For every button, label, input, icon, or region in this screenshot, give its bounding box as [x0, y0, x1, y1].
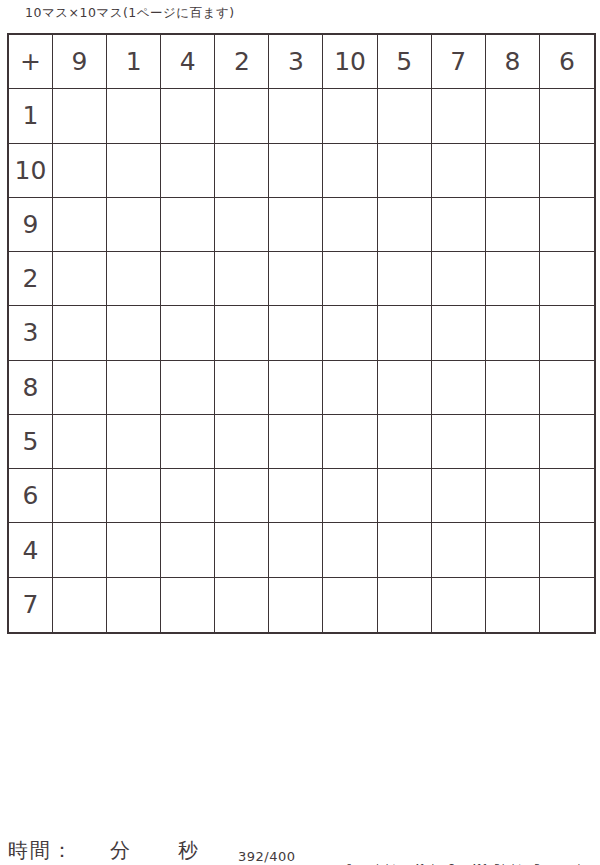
answer-cell[interactable] — [269, 252, 323, 306]
answer-cell[interactable] — [432, 578, 486, 632]
answer-cell[interactable] — [107, 89, 161, 143]
answer-cell[interactable] — [53, 415, 107, 469]
col-header-cell: 6 — [540, 35, 594, 89]
col-header-cell: 7 — [432, 35, 486, 89]
answer-cell[interactable] — [323, 415, 377, 469]
answer-cell[interactable] — [323, 361, 377, 415]
page-counter: 392/400 — [238, 849, 296, 865]
answer-cell[interactable] — [215, 144, 269, 198]
copyright-block: Copyright © Alpha.Inc All Rights Reserve… — [346, 837, 586, 865]
answer-cell[interactable] — [215, 578, 269, 632]
col-header-cell: 10 — [323, 35, 377, 89]
row-header-cell: 10 — [9, 144, 53, 198]
answer-cell[interactable] — [161, 469, 215, 523]
answer-cell[interactable] — [161, 252, 215, 306]
answer-cell[interactable] — [540, 306, 594, 360]
col-header-cell: 5 — [378, 35, 432, 89]
answer-cell[interactable] — [215, 306, 269, 360]
answer-cell[interactable] — [269, 89, 323, 143]
row-header-cell: 7 — [9, 578, 53, 632]
answer-cell[interactable] — [53, 252, 107, 306]
answer-cell[interactable] — [378, 306, 432, 360]
answer-cell[interactable] — [107, 252, 161, 306]
time-underline: 時間： 分 秒 — [8, 837, 228, 865]
answer-cell[interactable] — [378, 198, 432, 252]
answer-cell[interactable] — [378, 361, 432, 415]
answer-cell[interactable] — [540, 144, 594, 198]
answer-cell[interactable] — [323, 306, 377, 360]
answer-cell[interactable] — [378, 252, 432, 306]
row-header-cell: 1 — [9, 89, 53, 143]
answer-cell[interactable] — [161, 306, 215, 360]
answer-cell[interactable] — [53, 523, 107, 577]
answer-cell[interactable] — [53, 361, 107, 415]
answer-cell[interactable] — [107, 469, 161, 523]
answer-cell[interactable] — [432, 144, 486, 198]
row-header-cell: 4 — [9, 523, 53, 577]
answer-cell[interactable] — [215, 523, 269, 577]
answer-cell[interactable] — [378, 415, 432, 469]
answer-cell[interactable] — [432, 415, 486, 469]
answer-cell[interactable] — [161, 578, 215, 632]
answer-cell[interactable] — [107, 144, 161, 198]
answer-cell[interactable] — [432, 252, 486, 306]
row-header-cell: 2 — [9, 252, 53, 306]
answer-cell[interactable] — [540, 252, 594, 306]
answer-cell[interactable] — [269, 469, 323, 523]
answer-cell[interactable] — [323, 523, 377, 577]
time-label: 時間： — [8, 837, 74, 864]
row-header-cell: 5 — [9, 415, 53, 469]
answer-cell[interactable] — [269, 523, 323, 577]
answer-cell[interactable] — [486, 89, 540, 143]
col-header-cell: 3 — [269, 35, 323, 89]
answer-cell[interactable] — [540, 469, 594, 523]
answer-cell[interactable] — [486, 469, 540, 523]
answer-cell[interactable] — [107, 306, 161, 360]
answer-cell[interactable] — [378, 144, 432, 198]
row-header-cell: 3 — [9, 306, 53, 360]
answer-cell[interactable] — [432, 198, 486, 252]
answer-cell[interactable] — [161, 361, 215, 415]
answer-cell[interactable] — [107, 198, 161, 252]
row-header-cell: 9 — [9, 198, 53, 252]
answer-cell[interactable] — [540, 361, 594, 415]
answer-cell[interactable] — [540, 89, 594, 143]
answer-cell[interactable] — [269, 415, 323, 469]
answer-cell[interactable] — [107, 415, 161, 469]
addition-grid: +9142310578611092385647 — [7, 33, 596, 634]
answer-cell[interactable] — [107, 523, 161, 577]
col-header-cell: 4 — [161, 35, 215, 89]
answer-cell[interactable] — [378, 469, 432, 523]
answer-cell[interactable] — [323, 252, 377, 306]
answer-cell[interactable] — [486, 415, 540, 469]
answer-cell[interactable] — [53, 198, 107, 252]
minutes-label: 分 — [110, 837, 132, 864]
answer-cell[interactable] — [161, 523, 215, 577]
answer-cell[interactable] — [486, 306, 540, 360]
worksheet-title: 10マス×10マス(1ページに百ます) — [25, 5, 235, 22]
answer-cell[interactable] — [161, 415, 215, 469]
answer-cell[interactable] — [107, 361, 161, 415]
answer-cell[interactable] — [53, 578, 107, 632]
col-header-cell: 1 — [107, 35, 161, 89]
answer-cell[interactable] — [53, 144, 107, 198]
row-header-cell: 6 — [9, 469, 53, 523]
answer-cell[interactable] — [53, 469, 107, 523]
time-entry-row: 時間： 分 秒 392/400 — [8, 837, 296, 865]
answer-cell[interactable] — [215, 415, 269, 469]
answer-cell[interactable] — [378, 89, 432, 143]
answer-cell[interactable] — [432, 89, 486, 143]
col-header-cell: 8 — [486, 35, 540, 89]
answer-cell[interactable] — [378, 523, 432, 577]
row-header-cell: 8 — [9, 361, 53, 415]
col-header-cell: 9 — [53, 35, 107, 89]
answer-cell[interactable] — [486, 252, 540, 306]
answer-cell[interactable] — [107, 578, 161, 632]
answer-cell[interactable] — [161, 198, 215, 252]
answer-cell[interactable] — [540, 415, 594, 469]
answer-cell[interactable] — [540, 578, 594, 632]
col-header-cell: 2 — [215, 35, 269, 89]
answer-cell[interactable] — [323, 469, 377, 523]
answer-cell[interactable] — [378, 578, 432, 632]
answer-cell[interactable] — [323, 144, 377, 198]
answer-cell[interactable] — [269, 361, 323, 415]
answer-cell[interactable] — [269, 306, 323, 360]
answer-cell[interactable] — [269, 198, 323, 252]
answer-cell[interactable] — [323, 198, 377, 252]
answer-cell[interactable] — [432, 361, 486, 415]
answer-cell[interactable] — [269, 144, 323, 198]
answer-cell[interactable] — [323, 89, 377, 143]
answer-cell[interactable] — [540, 523, 594, 577]
answer-cell[interactable] — [486, 361, 540, 415]
answer-cell[interactable] — [215, 469, 269, 523]
answer-cell[interactable] — [215, 198, 269, 252]
answer-cell[interactable] — [432, 523, 486, 577]
answer-cell[interactable] — [215, 89, 269, 143]
answer-cell[interactable] — [486, 198, 540, 252]
answer-cell[interactable] — [161, 144, 215, 198]
answer-cell[interactable] — [215, 252, 269, 306]
answer-cell[interactable] — [161, 89, 215, 143]
answer-cell[interactable] — [486, 578, 540, 632]
seconds-label: 秒 — [178, 837, 200, 864]
answer-cell[interactable] — [432, 306, 486, 360]
answer-cell[interactable] — [53, 89, 107, 143]
plus-operator-cell: + — [9, 35, 53, 89]
answer-cell[interactable] — [486, 144, 540, 198]
answer-cell[interactable] — [486, 523, 540, 577]
answer-cell[interactable] — [432, 469, 486, 523]
answer-cell[interactable] — [323, 578, 377, 632]
answer-cell[interactable] — [53, 306, 107, 360]
answer-cell[interactable] — [269, 578, 323, 632]
answer-cell[interactable] — [215, 361, 269, 415]
answer-cell[interactable] — [540, 198, 594, 252]
